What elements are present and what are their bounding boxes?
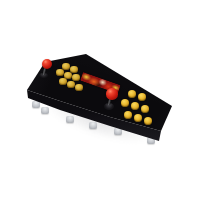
player2-joystick-ball-top: [106, 88, 117, 99]
player1-joystick-ball-top: [42, 59, 52, 69]
joysticks-group: [0, 0, 200, 200]
arcade-controller-product-photo: [0, 0, 200, 200]
